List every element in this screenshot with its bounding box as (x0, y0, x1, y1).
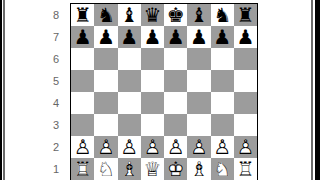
white-queen[interactable]: ♛♕ (141, 158, 164, 180)
black-rook[interactable]: ♜ (71, 4, 94, 26)
square-b1[interactable]: ♞♘ (94, 158, 117, 180)
square-g1[interactable]: ♞♘ (211, 158, 234, 180)
square-c5[interactable] (118, 70, 141, 92)
square-h1[interactable]: ♜♖ (234, 158, 257, 180)
black-piece-glyph: ♟ (187, 26, 210, 48)
screen-right-edge-bar (315, 0, 320, 180)
square-c7[interactable]: ♟ (118, 26, 141, 48)
white-piece-outline: ♙ (94, 136, 117, 158)
square-h6[interactable] (234, 48, 257, 70)
black-knight[interactable]: ♞ (211, 4, 234, 26)
white-rook[interactable]: ♜♖ (234, 158, 257, 180)
square-f8[interactable]: ♝ (187, 4, 210, 26)
square-b3[interactable] (94, 114, 117, 136)
white-piece-outline: ♙ (211, 136, 234, 158)
rank-label-1: 1 (38, 158, 62, 180)
white-bishop[interactable]: ♝♗ (187, 158, 210, 180)
square-d6[interactable] (141, 48, 164, 70)
square-h4[interactable] (234, 92, 257, 114)
white-piece-outline: ♙ (164, 136, 187, 158)
square-a3[interactable] (71, 114, 94, 136)
square-c1[interactable]: ♝♗ (118, 158, 141, 180)
black-pawn[interactable]: ♟ (164, 26, 187, 48)
square-f5[interactable] (187, 70, 210, 92)
black-piece-glyph: ♞ (94, 4, 117, 26)
square-d7[interactable]: ♟ (141, 26, 164, 48)
black-pawn[interactable]: ♟ (94, 26, 117, 48)
square-d1[interactable]: ♛♕ (141, 158, 164, 180)
square-g3[interactable] (211, 114, 234, 136)
square-a2[interactable]: ♟♙ (71, 136, 94, 158)
white-piece-outline: ♔ (164, 158, 187, 180)
square-b8[interactable]: ♞ (94, 4, 117, 26)
square-d5[interactable] (141, 70, 164, 92)
square-e7[interactable]: ♟ (164, 26, 187, 48)
square-e3[interactable] (164, 114, 187, 136)
rank-label-8: 8 (38, 4, 62, 26)
white-knight[interactable]: ♞♘ (211, 158, 234, 180)
white-piece-outline: ♘ (94, 158, 117, 180)
rank-label-4: 4 (38, 92, 62, 114)
square-e2[interactable]: ♟♙ (164, 136, 187, 158)
black-pawn[interactable]: ♟ (187, 26, 210, 48)
square-e4[interactable] (164, 92, 187, 114)
window-frame-right (311, 0, 313, 180)
square-e6[interactable] (164, 48, 187, 70)
rank-label-6: 6 (38, 48, 62, 70)
square-b6[interactable] (94, 48, 117, 70)
black-piece-glyph: ♟ (71, 26, 94, 48)
square-f3[interactable] (187, 114, 210, 136)
white-piece-outline: ♘ (211, 158, 234, 180)
white-piece-outline: ♙ (118, 136, 141, 158)
rank-label-2: 2 (38, 136, 62, 158)
white-piece-outline: ♗ (187, 158, 210, 180)
black-pawn[interactable]: ♟ (234, 26, 257, 48)
square-c3[interactable] (118, 114, 141, 136)
square-h2[interactable]: ♟♙ (234, 136, 257, 158)
black-piece-glyph: ♛ (141, 4, 164, 26)
square-b4[interactable] (94, 92, 117, 114)
white-piece-outline: ♙ (234, 136, 257, 158)
square-a8[interactable]: ♜ (71, 4, 94, 26)
black-pawn[interactable]: ♟ (71, 26, 94, 48)
square-a1[interactable]: ♜♖ (71, 158, 94, 180)
rank-label-3: 3 (38, 114, 62, 136)
white-pawn[interactable]: ♟♙ (234, 136, 257, 158)
square-g5[interactable] (211, 70, 234, 92)
square-h3[interactable] (234, 114, 257, 136)
square-f4[interactable] (187, 92, 210, 114)
white-piece-outline: ♙ (141, 136, 164, 158)
white-piece-outline: ♕ (141, 158, 164, 180)
square-a7[interactable]: ♟ (71, 26, 94, 48)
square-b2[interactable]: ♟♙ (94, 136, 117, 158)
white-pawn[interactable]: ♟♙ (211, 136, 234, 158)
white-pawn[interactable]: ♟♙ (187, 136, 210, 158)
white-rook[interactable]: ♜♖ (71, 158, 94, 180)
white-piece-outline: ♖ (71, 158, 94, 180)
square-c4[interactable] (118, 92, 141, 114)
square-f6[interactable] (187, 48, 210, 70)
square-h7[interactable]: ♟ (234, 26, 257, 48)
white-knight[interactable]: ♞♘ (94, 158, 117, 180)
black-queen[interactable]: ♛ (141, 4, 164, 26)
square-e1[interactable]: ♚♔ (164, 158, 187, 180)
square-e5[interactable] (164, 70, 187, 92)
black-piece-glyph: ♟ (94, 26, 117, 48)
square-c6[interactable] (118, 48, 141, 70)
black-pawn[interactable]: ♟ (118, 26, 141, 48)
square-d4[interactable] (141, 92, 164, 114)
square-d8[interactable]: ♛ (141, 4, 164, 26)
black-piece-glyph: ♟ (141, 26, 164, 48)
square-h8[interactable]: ♜ (234, 4, 257, 26)
white-pawn[interactable]: ♟♙ (164, 136, 187, 158)
square-c2[interactable]: ♟♙ (118, 136, 141, 158)
white-piece-outline: ♗ (118, 158, 141, 180)
square-e8[interactable]: ♚ (164, 4, 187, 26)
square-f7[interactable]: ♟ (187, 26, 210, 48)
square-g8[interactable]: ♞ (211, 4, 234, 26)
black-piece-glyph: ♜ (71, 4, 94, 26)
white-bishop[interactable]: ♝♗ (118, 158, 141, 180)
rank-label-5: 5 (38, 70, 62, 92)
white-piece-outline: ♙ (71, 136, 94, 158)
black-pawn[interactable]: ♟ (141, 26, 164, 48)
black-bishop[interactable]: ♝ (118, 4, 141, 26)
square-f2[interactable]: ♟♙ (187, 136, 210, 158)
square-g7[interactable]: ♟ (211, 26, 234, 48)
black-piece-glyph: ♜ (234, 4, 257, 26)
black-piece-glyph: ♞ (211, 4, 234, 26)
white-piece-outline: ♙ (187, 136, 210, 158)
square-h5[interactable] (234, 70, 257, 92)
square-d2[interactable]: ♟♙ (141, 136, 164, 158)
white-pawn[interactable]: ♟♙ (71, 136, 94, 158)
black-bishop[interactable]: ♝ (187, 4, 210, 26)
black-piece-glyph: ♟ (118, 26, 141, 48)
black-rook[interactable]: ♜ (234, 4, 257, 26)
rank-labels: 87654321 (38, 4, 62, 180)
black-piece-glyph: ♝ (187, 4, 210, 26)
square-g6[interactable] (211, 48, 234, 70)
screen-left-edge-bar (0, 0, 2, 180)
black-piece-glyph: ♚ (164, 4, 187, 26)
white-king[interactable]: ♚♔ (164, 158, 187, 180)
square-a6[interactable] (71, 48, 94, 70)
square-d3[interactable] (141, 114, 164, 136)
chess-board[interactable]: ♜♞♝♛♚♝♞♜♟♟♟♟♟♟♟♟♟♙♟♙♟♙♟♙♟♙♟♙♟♙♟♙♜♖♞♘♝♗♛♕… (70, 3, 258, 180)
black-knight[interactable]: ♞ (94, 4, 117, 26)
black-piece-glyph: ♟ (164, 26, 187, 48)
square-f1[interactable]: ♝♗ (187, 158, 210, 180)
window-frame-left (3, 0, 5, 180)
white-pawn[interactable]: ♟♙ (141, 136, 164, 158)
white-piece-outline: ♖ (234, 158, 257, 180)
square-a4[interactable] (71, 92, 94, 114)
black-piece-glyph: ♝ (118, 4, 141, 26)
black-pawn[interactable]: ♟ (211, 26, 234, 48)
square-a5[interactable] (71, 70, 94, 92)
black-king[interactable]: ♚ (164, 4, 187, 26)
square-b7[interactable]: ♟ (94, 26, 117, 48)
square-b5[interactable] (94, 70, 117, 92)
black-piece-glyph: ♟ (211, 26, 234, 48)
white-pawn[interactable]: ♟♙ (118, 136, 141, 158)
rank-label-7: 7 (38, 26, 62, 48)
white-pawn[interactable]: ♟♙ (94, 136, 117, 158)
square-g4[interactable] (211, 92, 234, 114)
square-g2[interactable]: ♟♙ (211, 136, 234, 158)
black-piece-glyph: ♟ (234, 26, 257, 48)
square-c8[interactable]: ♝ (118, 4, 141, 26)
